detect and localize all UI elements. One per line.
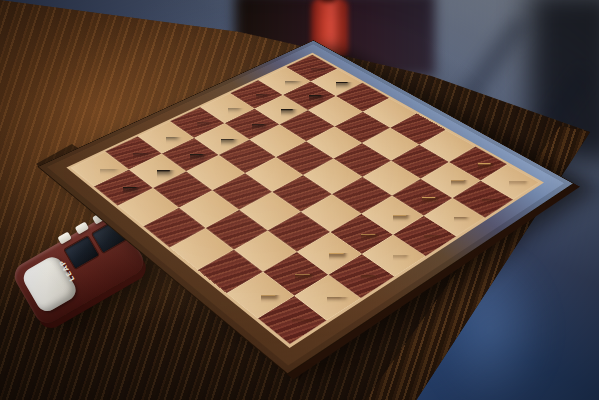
board-inner-border: ♜♞♝♛♚♝♞♜♟♟♟♟♟♟♟♟♟♟♟♟♟♟♟♟♜♞♝♛♚♝♞♜: [66, 53, 544, 348]
white-rook[interactable]: ♜: [245, 270, 339, 326]
board-frame: ♜♞♝♛♚♝♞♜♟♟♟♟♟♟♟♟♟♟♟♟♟♟♟♟♜♞♝♛♚♝♞♜: [37, 40, 574, 374]
chess-board-grid: ♜♞♝♛♚♝♞♜♟♟♟♟♟♟♟♟♟♟♟♟♟♟♟♟♜♞♝♛♚♝♞♜: [71, 55, 540, 344]
square-a1[interactable]: ♜: [257, 296, 326, 344]
photo-canvas: LEAP ♜♞♝♛♚♝♞♜♟♟♟♟♟♟♟♟♟♟♟♟♟♟♟♟♜♞♝♛♚♝♞♜: [0, 0, 599, 400]
clock-button[interactable]: [57, 232, 71, 245]
chess-board-scene: ♜♞♝♛♚♝♞♜♟♟♟♟♟♟♟♟♟♟♟♟♟♟♟♟♜♞♝♛♚♝♞♜: [102, 0, 504, 376]
clock-button[interactable]: [75, 222, 89, 235]
chess-board: ♜♞♝♛♚♝♞♜♟♟♟♟♟♟♟♟♟♟♟♟♟♟♟♟♜♞♝♛♚♝♞♜: [37, 40, 574, 374]
